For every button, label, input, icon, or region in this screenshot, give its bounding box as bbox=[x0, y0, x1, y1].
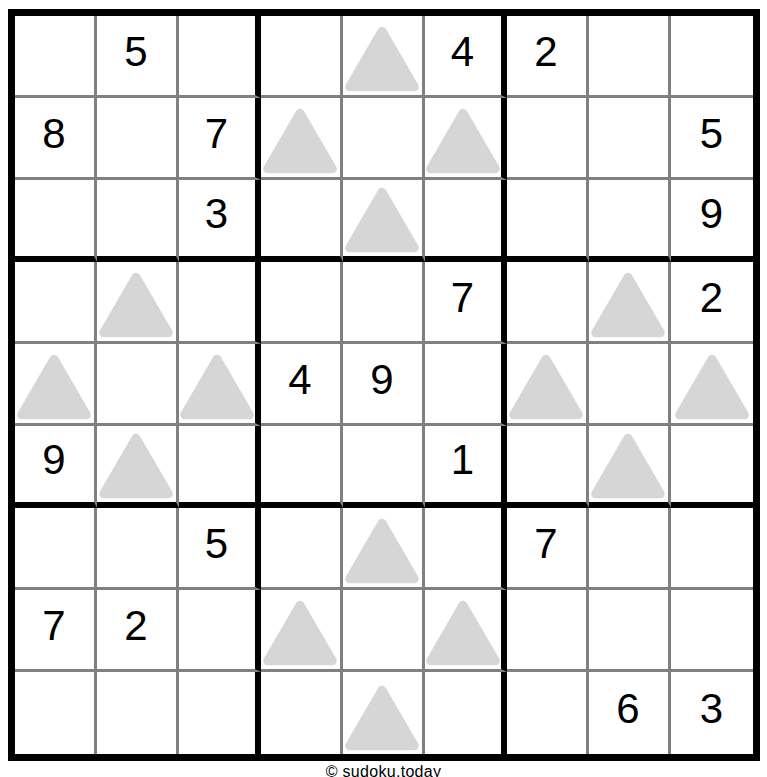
cell-r8c3[interactable] bbox=[179, 590, 261, 672]
cell-r8c2[interactable]: 2 bbox=[97, 590, 179, 672]
cell-r8c8[interactable] bbox=[589, 590, 671, 672]
mountain-triangle-icon bbox=[590, 272, 666, 338]
cell-r7c6[interactable] bbox=[425, 508, 507, 590]
cell-r9c2[interactable] bbox=[97, 672, 179, 754]
cell-r8c5[interactable] bbox=[343, 590, 425, 672]
copyright-credit: © sudoku.today bbox=[0, 763, 767, 777]
mountain-triangle-icon bbox=[344, 26, 420, 92]
cell-r9c9[interactable]: 3 bbox=[671, 672, 753, 754]
given-digit: 1 bbox=[451, 439, 474, 481]
cell-r4c9[interactable]: 2 bbox=[671, 262, 753, 344]
cell-r6c5[interactable] bbox=[343, 426, 425, 508]
cell-r9c8[interactable]: 6 bbox=[589, 672, 671, 754]
cell-r9c4[interactable] bbox=[261, 672, 343, 754]
cell-r9c5[interactable] bbox=[343, 672, 425, 754]
cell-r2c9[interactable]: 5 bbox=[671, 98, 753, 180]
cell-r2c3[interactable]: 7 bbox=[179, 98, 261, 180]
cell-r1c7[interactable]: 2 bbox=[507, 16, 589, 98]
cell-r3c1[interactable] bbox=[15, 180, 97, 262]
given-digit: 9 bbox=[700, 193, 723, 235]
cell-r5c3[interactable] bbox=[179, 344, 261, 426]
given-digit: 2 bbox=[124, 605, 147, 647]
cell-r6c6[interactable]: 1 bbox=[425, 426, 507, 508]
cell-r4c3[interactable] bbox=[179, 262, 261, 344]
mountain-triangle-icon bbox=[508, 354, 584, 420]
cell-r2c4[interactable] bbox=[261, 98, 343, 180]
cell-r6c4[interactable] bbox=[261, 426, 343, 508]
cell-r3c9[interactable]: 9 bbox=[671, 180, 753, 262]
cell-r3c6[interactable] bbox=[425, 180, 507, 262]
cell-r5c4[interactable]: 4 bbox=[261, 344, 343, 426]
given-digit: 5 bbox=[205, 523, 228, 565]
cell-r5c2[interactable] bbox=[97, 344, 179, 426]
cell-r8c1[interactable]: 7 bbox=[15, 590, 97, 672]
mountain-triangle-icon bbox=[590, 433, 666, 499]
cell-r4c4[interactable] bbox=[261, 262, 343, 344]
cell-r3c8[interactable] bbox=[589, 180, 671, 262]
given-digit: 3 bbox=[700, 688, 723, 730]
cell-r9c1[interactable] bbox=[15, 672, 97, 754]
given-digit: 7 bbox=[42, 605, 65, 647]
mountain-triangle-icon bbox=[16, 354, 92, 420]
cell-r7c7[interactable]: 7 bbox=[507, 508, 589, 590]
given-digit: 6 bbox=[616, 688, 639, 730]
cell-r1c6[interactable]: 4 bbox=[425, 16, 507, 98]
cell-r1c9[interactable] bbox=[671, 16, 753, 98]
cell-r5c9[interactable] bbox=[671, 344, 753, 426]
cell-r2c2[interactable] bbox=[97, 98, 179, 180]
sudoku-board: 54287539724991577263 bbox=[8, 9, 760, 761]
mountain-triangle-icon bbox=[98, 272, 174, 338]
cell-r1c5[interactable] bbox=[343, 16, 425, 98]
cell-r3c7[interactable] bbox=[507, 180, 589, 262]
cell-r6c7[interactable] bbox=[507, 426, 589, 508]
cell-r3c2[interactable] bbox=[97, 180, 179, 262]
cell-r1c2[interactable]: 5 bbox=[97, 16, 179, 98]
given-digit: 4 bbox=[288, 359, 311, 401]
cell-r7c9[interactable] bbox=[671, 508, 753, 590]
cell-r2c8[interactable] bbox=[589, 98, 671, 180]
cell-r8c7[interactable] bbox=[507, 590, 589, 672]
cell-r3c5[interactable] bbox=[343, 180, 425, 262]
cell-r9c6[interactable] bbox=[425, 672, 507, 754]
cell-r5c5[interactable]: 9 bbox=[343, 344, 425, 426]
cell-r1c3[interactable] bbox=[179, 16, 261, 98]
cell-r2c1[interactable]: 8 bbox=[15, 98, 97, 180]
cell-r5c1[interactable] bbox=[15, 344, 97, 426]
given-digit: 5 bbox=[700, 113, 723, 155]
cell-r5c8[interactable] bbox=[589, 344, 671, 426]
cell-r8c9[interactable] bbox=[671, 590, 753, 672]
given-digit: 7 bbox=[205, 113, 228, 155]
given-digit: 9 bbox=[42, 439, 65, 481]
cell-r9c7[interactable] bbox=[507, 672, 589, 754]
cell-r7c5[interactable] bbox=[343, 508, 425, 590]
mountain-triangle-icon bbox=[262, 108, 338, 174]
given-digit: 4 bbox=[451, 31, 474, 73]
given-digit: 5 bbox=[124, 31, 147, 73]
cell-r6c3[interactable] bbox=[179, 426, 261, 508]
mountain-triangle-icon bbox=[344, 685, 420, 751]
cell-r4c5[interactable] bbox=[343, 262, 425, 344]
given-digit: 7 bbox=[534, 523, 557, 565]
mountain-triangle-icon bbox=[425, 600, 501, 666]
cell-r6c9[interactable] bbox=[671, 426, 753, 508]
cell-r7c8[interactable] bbox=[589, 508, 671, 590]
cell-r1c1[interactable] bbox=[15, 16, 97, 98]
cell-r4c2[interactable] bbox=[97, 262, 179, 344]
given-digit: 7 bbox=[451, 277, 474, 319]
cell-r3c4[interactable] bbox=[261, 180, 343, 262]
cell-r7c2[interactable] bbox=[97, 508, 179, 590]
cell-r8c6[interactable] bbox=[425, 590, 507, 672]
given-digit: 3 bbox=[205, 193, 228, 235]
cell-r1c4[interactable] bbox=[261, 16, 343, 98]
mountain-triangle-icon bbox=[344, 518, 420, 584]
mountain-triangle-icon bbox=[425, 108, 501, 174]
mountain-triangle-icon bbox=[262, 600, 338, 666]
cell-r8c4[interactable] bbox=[261, 590, 343, 672]
cell-r1c8[interactable] bbox=[589, 16, 671, 98]
cell-r5c7[interactable] bbox=[507, 344, 589, 426]
cell-r7c1[interactable] bbox=[15, 508, 97, 590]
cell-r6c8[interactable] bbox=[589, 426, 671, 508]
given-digit: 2 bbox=[700, 277, 723, 319]
given-digit: 9 bbox=[370, 359, 393, 401]
cell-r2c7[interactable] bbox=[507, 98, 589, 180]
cell-r4c1[interactable] bbox=[15, 262, 97, 344]
cell-r7c4[interactable] bbox=[261, 508, 343, 590]
cell-r5c6[interactable] bbox=[425, 344, 507, 426]
cell-r9c3[interactable] bbox=[179, 672, 261, 754]
given-digit: 8 bbox=[42, 113, 65, 155]
page: 54287539724991577263 © sudoku.today bbox=[0, 0, 767, 777]
mountain-triangle-icon bbox=[179, 354, 255, 420]
mountain-triangle-icon bbox=[98, 433, 174, 499]
cell-r2c5[interactable] bbox=[343, 98, 425, 180]
mountain-triangle-icon bbox=[674, 354, 750, 420]
cell-r4c8[interactable] bbox=[589, 262, 671, 344]
cell-r3c3[interactable]: 3 bbox=[179, 180, 261, 262]
cell-r7c3[interactable]: 5 bbox=[179, 508, 261, 590]
given-digit: 2 bbox=[534, 31, 557, 73]
cell-r4c6[interactable]: 7 bbox=[425, 262, 507, 344]
cell-r6c1[interactable]: 9 bbox=[15, 426, 97, 508]
cell-r2c6[interactable] bbox=[425, 98, 507, 180]
cell-r4c7[interactable] bbox=[507, 262, 589, 344]
mountain-triangle-icon bbox=[344, 187, 420, 253]
cell-r6c2[interactable] bbox=[97, 426, 179, 508]
